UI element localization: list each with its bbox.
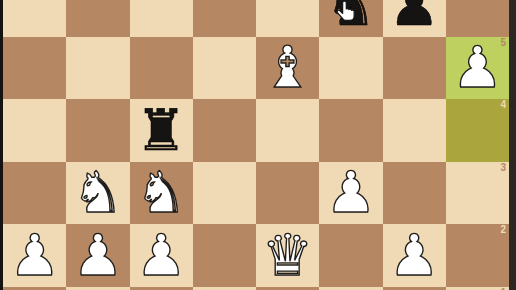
square-c3[interactable]: ♞ xyxy=(130,162,193,225)
square-d3[interactable] xyxy=(193,162,256,225)
piece-black-rook-c4[interactable]: ♜ xyxy=(130,99,193,162)
square-e3[interactable] xyxy=(256,162,319,225)
square-g2[interactable]: ♟ xyxy=(383,224,446,287)
rank-label-3: 3 xyxy=(500,163,506,173)
square-f4[interactable] xyxy=(319,99,382,162)
piece-white-pawn-a2[interactable]: ♟ xyxy=(3,224,66,287)
square-f3[interactable]: ♟ xyxy=(319,162,382,225)
chess-board: 87♞♟6♝♟5♜4♞♞♟3♟♟♟♛♟21 xyxy=(3,0,509,290)
square-a4[interactable] xyxy=(3,99,66,162)
square-d1[interactable] xyxy=(193,287,256,290)
square-b2[interactable]: ♟ xyxy=(66,224,129,287)
square-b6[interactable] xyxy=(66,0,129,37)
square-d2[interactable] xyxy=(193,224,256,287)
piece-white-pawn-g2[interactable]: ♟ xyxy=(383,224,446,287)
square-h3[interactable]: 3 xyxy=(446,162,509,225)
piece-white-queen-e2[interactable]: ♛ xyxy=(256,224,319,287)
piece-white-pawn-b2[interactable]: ♟ xyxy=(66,224,129,287)
square-a5[interactable] xyxy=(3,37,66,100)
square-g6[interactable]: ♟ xyxy=(383,0,446,37)
square-b3[interactable]: ♞ xyxy=(66,162,129,225)
square-g4[interactable] xyxy=(383,99,446,162)
square-d6[interactable] xyxy=(193,0,256,37)
window-edge-right xyxy=(509,0,516,290)
square-c2[interactable]: ♟ xyxy=(130,224,193,287)
piece-black-pawn-g6[interactable]: ♟ xyxy=(383,0,446,37)
square-e6[interactable] xyxy=(256,0,319,37)
square-f6[interactable]: ♞ xyxy=(319,0,382,37)
square-f1[interactable] xyxy=(319,287,382,290)
square-b1[interactable] xyxy=(66,287,129,290)
square-h2[interactable]: 2 xyxy=(446,224,509,287)
square-g3[interactable] xyxy=(383,162,446,225)
square-e2[interactable]: ♛ xyxy=(256,224,319,287)
piece-white-bishop-e5[interactable]: ♝ xyxy=(256,37,319,100)
square-a1[interactable] xyxy=(3,287,66,290)
square-a2[interactable]: ♟ xyxy=(3,224,66,287)
piece-white-pawn-c2[interactable]: ♟ xyxy=(130,224,193,287)
square-a6[interactable] xyxy=(3,0,66,37)
square-g5[interactable] xyxy=(383,37,446,100)
window-edge-left xyxy=(0,0,3,290)
square-h4[interactable]: 4 xyxy=(446,99,509,162)
square-b5[interactable] xyxy=(66,37,129,100)
rank-label-4: 4 xyxy=(500,100,506,110)
screenshot-stage: 87♞♟6♝♟5♜4♞♞♟3♟♟♟♛♟21 xyxy=(0,0,516,290)
square-e1[interactable] xyxy=(256,287,319,290)
piece-black-knight-f6[interactable]: ♞ xyxy=(319,0,382,37)
rank-label-5: 5 xyxy=(500,38,506,48)
square-e4[interactable] xyxy=(256,99,319,162)
square-d5[interactable] xyxy=(193,37,256,100)
square-c4[interactable]: ♜ xyxy=(130,99,193,162)
piece-white-knight-c3[interactable]: ♞ xyxy=(130,162,193,225)
square-h5[interactable]: ♟5 xyxy=(446,37,509,100)
square-c1[interactable] xyxy=(130,287,193,290)
square-c5[interactable] xyxy=(130,37,193,100)
piece-white-pawn-f3[interactable]: ♟ xyxy=(319,162,382,225)
rank-label-2: 2 xyxy=(500,225,506,235)
square-f5[interactable] xyxy=(319,37,382,100)
square-f2[interactable] xyxy=(319,224,382,287)
square-c6[interactable] xyxy=(130,0,193,37)
square-h6[interactable]: 6 xyxy=(446,0,509,37)
square-e5[interactable]: ♝ xyxy=(256,37,319,100)
piece-white-knight-b3[interactable]: ♞ xyxy=(66,162,129,225)
square-h1[interactable]: 1 xyxy=(446,287,509,290)
square-a3[interactable] xyxy=(3,162,66,225)
square-g1[interactable] xyxy=(383,287,446,290)
square-d4[interactable] xyxy=(193,99,256,162)
square-b4[interactable] xyxy=(66,99,129,162)
